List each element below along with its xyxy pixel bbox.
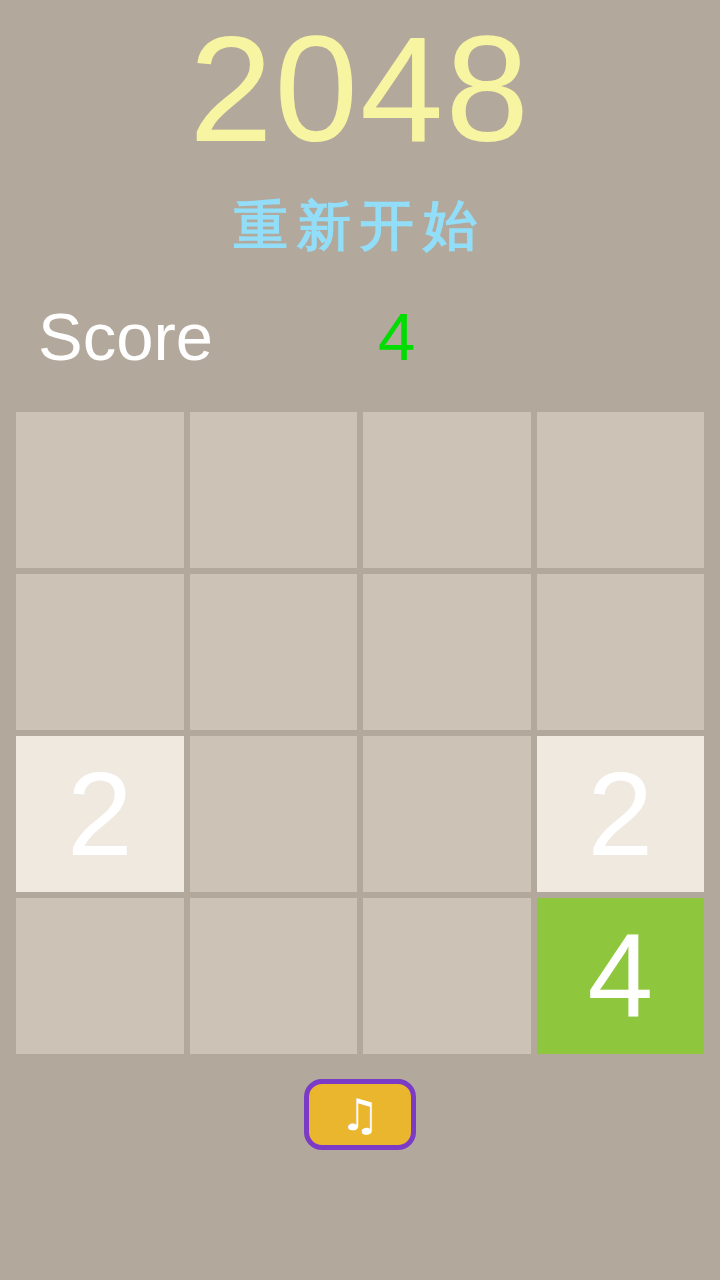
score-label: Score [38, 303, 213, 370]
cell-r1c4-empty [537, 412, 705, 568]
cell-r1c2-empty [190, 412, 358, 568]
music-note-icon: ♫ [340, 1093, 379, 1137]
cell-r4c3-empty [363, 898, 531, 1054]
score-value: 4 [378, 303, 415, 370]
restart-button[interactable]: 重新开始 [0, 193, 720, 260]
cell-r3c2-empty [190, 736, 358, 892]
cell-r3c1-tile-2: 2 [16, 736, 184, 892]
cell-r2c2-empty [190, 574, 358, 730]
cell-r3c3-empty [363, 736, 531, 892]
cell-r2c4-empty [537, 574, 705, 730]
cell-r2c3-empty [363, 574, 531, 730]
game-screen: 2048 重新开始 Score 4 224 ♫ [0, 0, 720, 1280]
cell-r3c4-tile-2: 2 [537, 736, 705, 892]
game-title: 2048 [0, 14, 720, 164]
cell-r1c3-empty [363, 412, 531, 568]
cell-r4c4-tile-4: 4 [537, 898, 705, 1054]
cell-r2c1-empty [16, 574, 184, 730]
cell-r1c1-empty [16, 412, 184, 568]
cell-r4c2-empty [190, 898, 358, 1054]
cell-r4c1-empty [16, 898, 184, 1054]
music-button[interactable]: ♫ [304, 1079, 416, 1150]
board-grid[interactable]: 224 [16, 412, 704, 1054]
